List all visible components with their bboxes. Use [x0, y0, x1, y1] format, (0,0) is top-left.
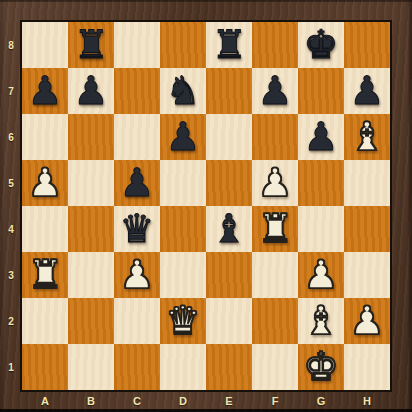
rank-label-7: 7 — [0, 68, 22, 114]
piece-black-pawn[interactable]: ♟︎ — [74, 68, 109, 114]
square-e7[interactable] — [206, 68, 252, 114]
square-h5[interactable] — [344, 160, 390, 206]
piece-black-pawn[interactable]: ♟︎ — [166, 114, 201, 160]
square-c6[interactable] — [114, 114, 160, 160]
piece-black-pawn[interactable]: ♟︎ — [350, 68, 385, 114]
square-b5[interactable] — [68, 160, 114, 206]
piece-black-rook[interactable]: ♜︎ — [212, 22, 247, 68]
file-labels: ABCDEFGH — [22, 390, 390, 412]
rank-label-4: 4 — [0, 206, 22, 252]
file-label-e: E — [206, 390, 252, 412]
file-label-d: D — [160, 390, 206, 412]
square-f5[interactable]: ♟︎ — [252, 160, 298, 206]
file-label-h: H — [344, 390, 390, 412]
square-g1[interactable]: ♚︎ — [298, 344, 344, 390]
square-h7[interactable]: ♟︎ — [344, 68, 390, 114]
chess-board-frame: 87654321 ABCDEFGH ♜︎♜︎♚︎♟︎♟︎♞︎♟︎♟︎♟︎♟︎♝︎… — [0, 0, 412, 412]
rank-label-3: 3 — [0, 252, 22, 298]
square-c5[interactable]: ♟︎ — [114, 160, 160, 206]
square-a2[interactable] — [22, 298, 68, 344]
piece-white-rook[interactable]: ♜︎ — [28, 252, 63, 298]
file-label-f: F — [252, 390, 298, 412]
square-b8[interactable]: ♜︎ — [68, 22, 114, 68]
square-h4[interactable] — [344, 206, 390, 252]
square-f8[interactable] — [252, 22, 298, 68]
rank-label-6: 6 — [0, 114, 22, 160]
rank-label-8: 8 — [0, 22, 22, 68]
piece-white-queen[interactable]: ♛︎ — [166, 298, 201, 344]
square-h2[interactable]: ♟︎ — [344, 298, 390, 344]
piece-black-pawn[interactable]: ♟︎ — [28, 68, 63, 114]
square-b6[interactable] — [68, 114, 114, 160]
square-f1[interactable] — [252, 344, 298, 390]
square-b4[interactable] — [68, 206, 114, 252]
square-f2[interactable] — [252, 298, 298, 344]
file-label-g: G — [298, 390, 344, 412]
square-a7[interactable]: ♟︎ — [22, 68, 68, 114]
piece-black-pawn[interactable]: ♟︎ — [120, 160, 155, 206]
square-c3[interactable]: ♟︎ — [114, 252, 160, 298]
square-d2[interactable]: ♛︎ — [160, 298, 206, 344]
square-c4[interactable]: ♛︎ — [114, 206, 160, 252]
square-h8[interactable] — [344, 22, 390, 68]
square-d7[interactable]: ♞︎ — [160, 68, 206, 114]
square-e1[interactable] — [206, 344, 252, 390]
square-a3[interactable]: ♜︎ — [22, 252, 68, 298]
square-b7[interactable]: ♟︎ — [68, 68, 114, 114]
square-b2[interactable] — [68, 298, 114, 344]
square-d6[interactable]: ♟︎ — [160, 114, 206, 160]
square-g2[interactable]: ♝︎ — [298, 298, 344, 344]
rank-label-2: 2 — [0, 298, 22, 344]
square-d5[interactable] — [160, 160, 206, 206]
chess-board: ♜︎♜︎♚︎♟︎♟︎♞︎♟︎♟︎♟︎♟︎♝︎♟︎♟︎♟︎♛︎♝︎♜︎♜︎♟︎♟︎… — [22, 22, 390, 390]
square-d4[interactable] — [160, 206, 206, 252]
piece-white-bishop[interactable]: ♝︎ — [350, 114, 385, 160]
piece-white-pawn[interactable]: ♟︎ — [120, 252, 155, 298]
square-g6[interactable]: ♟︎ — [298, 114, 344, 160]
square-g7[interactable] — [298, 68, 344, 114]
square-g8[interactable]: ♚︎ — [298, 22, 344, 68]
piece-black-rook[interactable]: ♜︎ — [74, 22, 109, 68]
square-e3[interactable] — [206, 252, 252, 298]
piece-white-pawn[interactable]: ♟︎ — [350, 298, 385, 344]
rank-label-1: 1 — [0, 344, 22, 390]
square-c2[interactable] — [114, 298, 160, 344]
square-g4[interactable] — [298, 206, 344, 252]
square-a8[interactable] — [22, 22, 68, 68]
square-f7[interactable]: ♟︎ — [252, 68, 298, 114]
square-h3[interactable] — [344, 252, 390, 298]
square-f4[interactable]: ♜︎ — [252, 206, 298, 252]
piece-black-king[interactable]: ♚︎ — [304, 22, 339, 68]
square-h1[interactable] — [344, 344, 390, 390]
square-d8[interactable] — [160, 22, 206, 68]
piece-white-pawn[interactable]: ♟︎ — [304, 252, 339, 298]
square-d1[interactable] — [160, 344, 206, 390]
rank-label-5: 5 — [0, 160, 22, 206]
piece-white-king[interactable]: ♚︎ — [304, 344, 339, 390]
piece-black-knight[interactable]: ♞︎ — [166, 68, 201, 114]
square-b3[interactable] — [68, 252, 114, 298]
square-e8[interactable]: ♜︎ — [206, 22, 252, 68]
square-c8[interactable] — [114, 22, 160, 68]
square-c1[interactable] — [114, 344, 160, 390]
file-label-b: B — [68, 390, 114, 412]
square-e6[interactable] — [206, 114, 252, 160]
square-a1[interactable] — [22, 344, 68, 390]
square-b1[interactable] — [68, 344, 114, 390]
piece-white-pawn[interactable]: ♟︎ — [258, 160, 293, 206]
square-e4[interactable]: ♝︎ — [206, 206, 252, 252]
square-f3[interactable] — [252, 252, 298, 298]
square-e2[interactable] — [206, 298, 252, 344]
square-c7[interactable] — [114, 68, 160, 114]
piece-black-pawn[interactable]: ♟︎ — [258, 68, 293, 114]
square-g3[interactable]: ♟︎ — [298, 252, 344, 298]
file-label-c: C — [114, 390, 160, 412]
piece-white-rook[interactable]: ♜︎ — [258, 206, 293, 252]
file-label-a: A — [22, 390, 68, 412]
square-f6[interactable] — [252, 114, 298, 160]
square-h6[interactable]: ♝︎ — [344, 114, 390, 160]
piece-black-bishop[interactable]: ♝︎ — [212, 206, 247, 252]
piece-black-queen[interactable]: ♛︎ — [120, 206, 155, 252]
square-a6[interactable] — [22, 114, 68, 160]
piece-white-bishop[interactable]: ♝︎ — [304, 298, 339, 344]
piece-black-pawn[interactable]: ♟︎ — [304, 114, 339, 160]
rank-labels: 87654321 — [0, 22, 22, 390]
square-d3[interactable] — [160, 252, 206, 298]
square-e5[interactable] — [206, 160, 252, 206]
square-a4[interactable] — [22, 206, 68, 252]
piece-white-pawn[interactable]: ♟︎ — [28, 160, 63, 206]
square-a5[interactable]: ♟︎ — [22, 160, 68, 206]
square-g5[interactable] — [298, 160, 344, 206]
